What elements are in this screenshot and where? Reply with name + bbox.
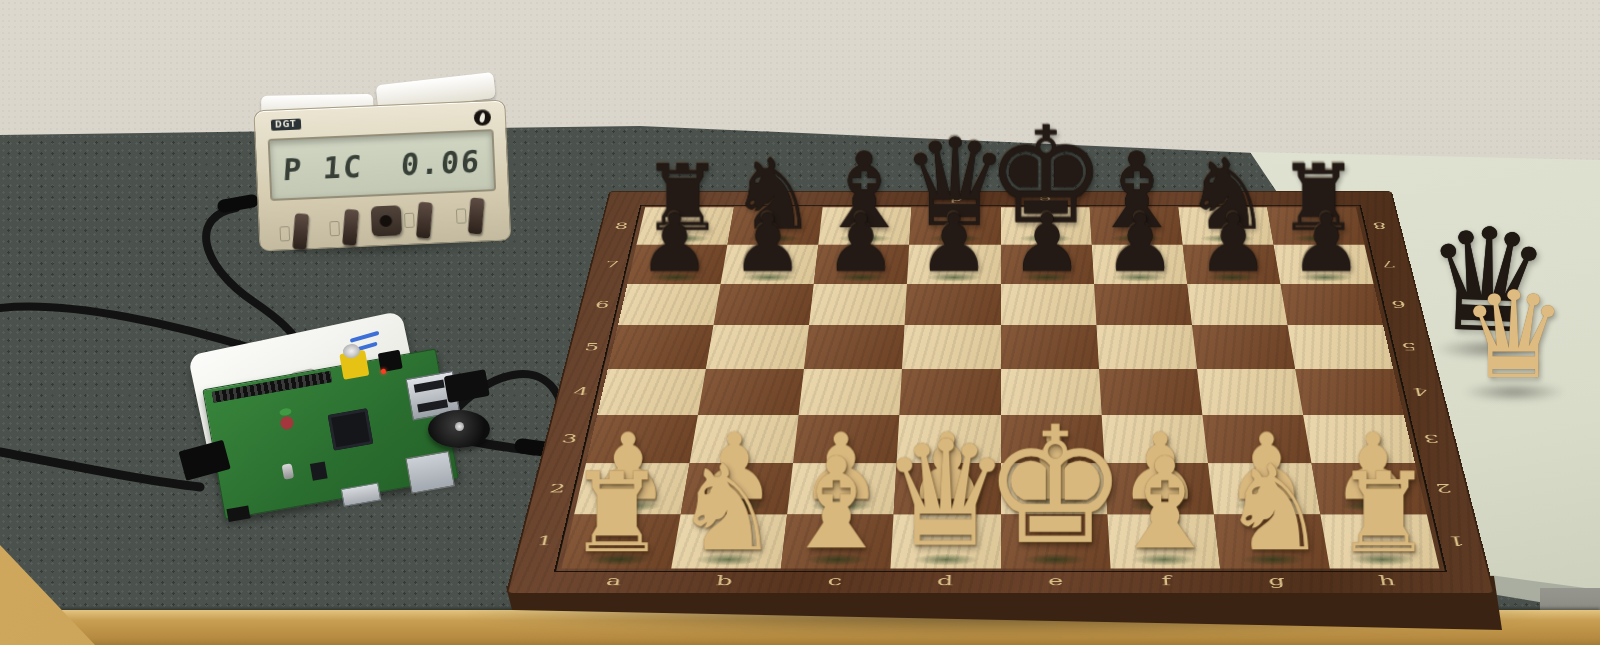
capacitor (282, 463, 294, 480)
clock-body: DGT P 1C 0.06 (253, 100, 511, 252)
dgt-chess-clock: DGT P 1C 0.06 (253, 83, 512, 252)
clock-lcd: P 1C 0.06 (268, 129, 496, 201)
clock-power-button[interactable] (371, 205, 402, 236)
dgt-round-logo-icon (474, 109, 492, 126)
clock-button-5[interactable] (468, 197, 485, 234)
rca-video-jack (339, 350, 369, 380)
clock-button-1[interactable] (292, 213, 309, 250)
button-icon (329, 221, 340, 236)
spare-pieces: ♛♛ (0, 0, 1600, 645)
cable-reel-hub (455, 422, 464, 431)
cable-reel (428, 406, 490, 452)
soc-chip (328, 408, 374, 450)
raspberry-logo-icon (279, 415, 294, 430)
clock-button-4[interactable] (416, 202, 433, 239)
button-icon (456, 208, 467, 223)
status-led (381, 368, 387, 374)
spare-white-queen[interactable]: ♛ (1460, 276, 1568, 396)
raspberry-logo-icon (279, 407, 292, 416)
clock-display-mode: P 1C (282, 148, 364, 187)
clock-brand-label: DGT (271, 119, 301, 131)
button-icon (279, 226, 290, 241)
scene: DGT P 1C 0.06 (0, 0, 1600, 645)
voltage-regulator (310, 461, 328, 480)
button-icon (404, 213, 415, 228)
ethernet-port (405, 451, 455, 494)
clock-button-2[interactable] (342, 209, 359, 246)
clock-display-time: 0.06 (400, 143, 482, 182)
